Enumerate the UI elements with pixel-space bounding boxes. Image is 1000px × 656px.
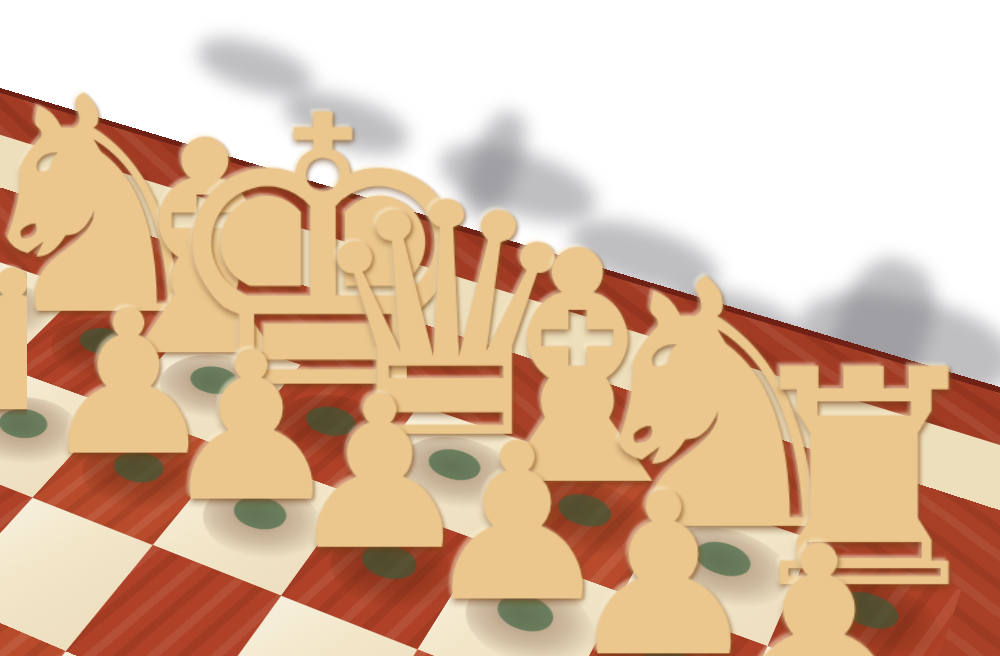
- board-grid: ♜♞♝♚♛♝♞♜♟♟♟♟♟♟♟♟: [0, 256, 961, 656]
- chessboard: ♜♞♝♚♛♝♞♜♟♟♟♟♟♟♟♟: [0, 70, 1000, 656]
- board-frame-padauk: ♜♞♝♚♛♝♞♜♟♟♟♟♟♟♟♟: [0, 70, 1000, 656]
- square-a2[interactable]: ♟: [716, 646, 923, 656]
- scene: ♜♞♝♚♛♝♞♜♟♟♟♟♟♟♟♟: [0, 0, 1000, 656]
- piece-white-pawn-a2[interactable]: ♟: [715, 521, 923, 656]
- board-frame-maple-inlay: ♜♞♝♚♛♝♞♜♟♟♟♟♟♟♟♟: [0, 119, 1000, 656]
- board-frame-inner-border: ♜♞♝♚♛♝♞♜♟♟♟♟♟♟♟♟: [0, 175, 1000, 656]
